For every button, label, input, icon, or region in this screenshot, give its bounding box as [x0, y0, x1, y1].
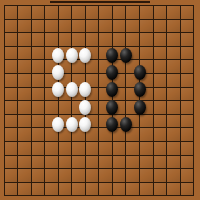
go-board[interactable] — [0, 0, 200, 200]
white-stone — [66, 82, 78, 97]
black-stone — [106, 100, 118, 115]
black-stone — [106, 48, 118, 63]
white-stone — [66, 48, 78, 63]
white-stone — [79, 100, 91, 115]
white-stone — [52, 82, 64, 97]
black-stone — [134, 82, 146, 97]
white-stone — [79, 117, 91, 132]
white-stone — [79, 48, 91, 63]
white-stone — [52, 48, 64, 63]
white-stone — [52, 117, 64, 132]
black-stone — [120, 48, 132, 63]
black-stone — [106, 117, 118, 132]
black-stone — [106, 82, 118, 97]
white-stone — [66, 117, 78, 132]
white-stone — [52, 65, 64, 80]
black-stone — [120, 117, 132, 132]
black-stone — [106, 65, 118, 80]
black-stone — [134, 65, 146, 80]
stones-layer — [0, 0, 200, 200]
white-stone — [79, 82, 91, 97]
black-stone — [134, 100, 146, 115]
